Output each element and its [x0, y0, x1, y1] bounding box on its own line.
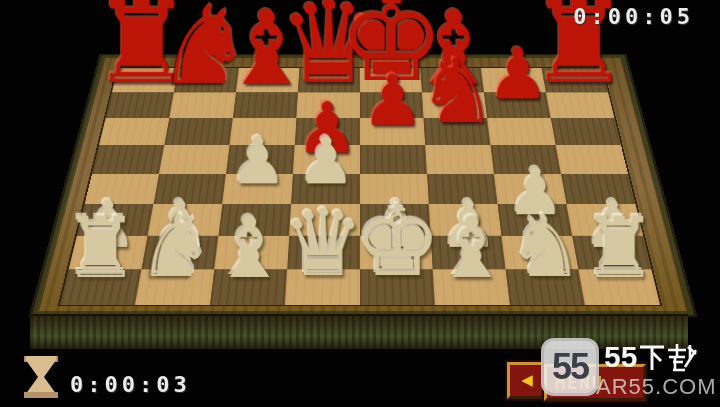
square-h5[interactable] [556, 145, 628, 174]
square-f1[interactable]: ♝ [433, 269, 510, 305]
square-b6[interactable] [164, 118, 233, 145]
watermark-site-name: 55 [604, 340, 697, 374]
white-knight-g1[interactable]: ♞ [507, 204, 584, 290]
white-bishop-f1[interactable]: ♝ [433, 206, 508, 290]
watermark-55-logo: 55 [541, 338, 599, 396]
watermark-cjk-zai-icon [667, 342, 697, 372]
white-bishop-c1[interactable]: ♝ [211, 206, 286, 290]
game-screen: ♜♞♝♛♚♝♜♟♟♟♟♟♟♟♞♟♟♟♟♟♟♟♟♟♜♞♝♛♚♝♞♜ 0:00:05… [0, 0, 720, 407]
white-king-e1[interactable]: ♚ [353, 192, 441, 290]
watermark-logo-text: 55 [552, 346, 588, 388]
hourglass-icon [26, 356, 56, 398]
white-clock: 0:00:03 [70, 372, 191, 397]
square-e5[interactable] [360, 145, 427, 174]
white-pawn-c4[interactable]: ♟ [229, 129, 287, 194]
hourglass-bottom-bar [24, 392, 58, 398]
red-clock: 0:00:05 [573, 4, 694, 29]
watermark-domain: AR55.COM [596, 374, 716, 400]
square-h8[interactable]: ♜ [542, 68, 609, 92]
white-pawn-d4[interactable]: ♟ [297, 129, 355, 194]
square-e6[interactable]: ♟ [360, 118, 425, 145]
square-c1[interactable]: ♝ [210, 269, 287, 305]
square-b1[interactable]: ♞ [135, 269, 214, 305]
watermark: 55 55 AR55.COM [538, 336, 720, 404]
chess-board: ♜♞♝♛♚♝♜♟♟♟♟♟♟♟♞♟♟♟♟♟♟♟♟♟♜♞♝♛♚♝♞♜ [60, 68, 660, 305]
square-g6[interactable] [487, 118, 556, 145]
square-g1[interactable]: ♞ [506, 269, 585, 305]
square-a6[interactable] [99, 118, 169, 145]
white-knight-b1[interactable]: ♞ [136, 204, 213, 290]
white-queen-d1[interactable]: ♛ [282, 198, 364, 290]
square-f5[interactable] [425, 145, 494, 174]
left-arrow-icon: ◀ [521, 373, 533, 388]
square-b5[interactable] [159, 145, 229, 174]
white-rook-h1[interactable]: ♜ [582, 206, 657, 290]
square-e1[interactable]: ♚ [360, 269, 435, 305]
square-d1[interactable]: ♛ [285, 269, 360, 305]
watermark-cjk-xia-icon [638, 342, 666, 372]
red-knight-f6[interactable]: ♞ [417, 47, 497, 136]
square-h1[interactable]: ♜ [578, 269, 660, 305]
white-rook-a1[interactable]: ♜ [63, 206, 138, 290]
square-h6[interactable] [551, 118, 621, 145]
square-f6[interactable]: ♞ [424, 118, 491, 145]
square-a1[interactable]: ♜ [60, 269, 142, 305]
red-pawn-e6[interactable]: ♟ [361, 66, 424, 136]
watermark-55-text: 55 [604, 340, 637, 374]
square-a5[interactable] [92, 145, 164, 174]
